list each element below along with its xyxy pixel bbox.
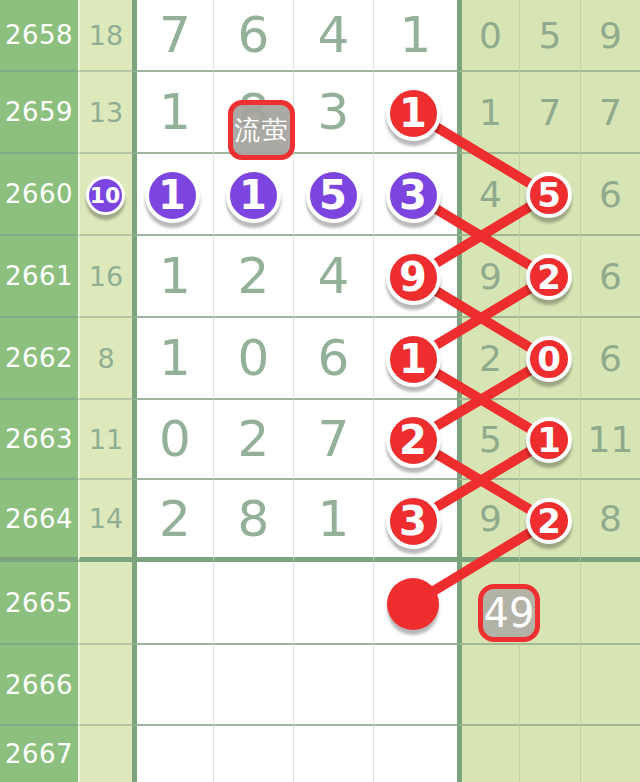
cell-value: 5: [539, 15, 562, 56]
marked-number-value: 2: [399, 417, 427, 463]
marked-number-value: 1: [158, 172, 186, 218]
marked-number-circle: 1: [526, 417, 572, 463]
cell-value: 0: [238, 329, 270, 387]
marked-number-circle: 5: [306, 168, 361, 223]
marked-number-circle: 2: [526, 254, 572, 300]
cell-value: 7: [159, 6, 191, 64]
cell-2667-a: 2667: [0, 726, 78, 782]
row-id: 2667: [5, 739, 73, 769]
cell-2665-b: [78, 562, 132, 645]
cell-2667-g3: [580, 726, 640, 782]
row-id: 2662: [5, 343, 73, 373]
cell-2664-g1: 9: [457, 480, 519, 562]
cell-2658-w1: 7: [132, 0, 213, 72]
cell-2661-w1: 1: [132, 236, 213, 318]
marked-number-value: 3: [399, 172, 427, 218]
watermark-text: 流萤: [235, 113, 289, 148]
cell-value: 18: [89, 20, 123, 51]
cell-value: 3: [318, 83, 350, 141]
cell-2660-g1: 4: [457, 154, 519, 236]
cell-2666-w1: [132, 645, 213, 726]
cell-2664-w3: 1: [293, 480, 373, 562]
cell-2661-b: 16: [78, 236, 132, 318]
cell-2665-w3: [293, 562, 373, 645]
cell-2666-w2: [213, 645, 293, 726]
cell-value: 5: [479, 419, 502, 460]
cell-2663-g1: 5: [457, 400, 519, 480]
trend-dot: [387, 578, 439, 630]
marked-number-value: 2: [537, 501, 561, 541]
marked-number-value: 2: [537, 257, 561, 297]
cell-value: 2: [159, 490, 191, 548]
cell-value: 2: [479, 338, 502, 379]
cell-value: 1: [400, 6, 432, 64]
cell-2664-w2: 8: [213, 480, 293, 562]
lottery-trend-chart: 2658187641059265913183177266046266116124…: [0, 0, 640, 782]
cell-2658-g3: 9: [580, 0, 640, 72]
row-id: 2665: [5, 588, 73, 618]
cell-value: 8: [599, 498, 622, 539]
cell-2659-a: 2659: [0, 72, 78, 154]
marked-number-circle: 10: [86, 176, 125, 215]
cell-2666-w3: [293, 645, 373, 726]
marked-number-circle: 1: [386, 86, 441, 141]
cell-2658-a: 2658: [0, 0, 78, 72]
cell-value: 4: [479, 174, 502, 215]
cell-value: 0: [479, 15, 502, 56]
cell-2665-w1: [132, 562, 213, 645]
cell-value: 6: [599, 338, 622, 379]
cell-2662-w3: 6: [293, 318, 373, 400]
cell-2658-w4: 1: [373, 0, 457, 72]
marked-number-circle: 1: [226, 168, 281, 223]
cell-2660-a: 2660: [0, 154, 78, 236]
cell-2662-a: 2662: [0, 318, 78, 400]
cell-2659-g1: 1: [457, 72, 519, 154]
marked-number-value: 1: [239, 172, 267, 218]
cell-2665-a: 2665: [0, 562, 78, 645]
cell-2662-w2: 0: [213, 318, 293, 400]
cell-2666-b: [78, 645, 132, 726]
cell-2665-w2: [213, 562, 293, 645]
cell-value: 6: [238, 6, 270, 64]
cell-2667-g1: [457, 726, 519, 782]
marked-number-value: 1: [399, 336, 427, 382]
cell-2661-w3: 4: [293, 236, 373, 318]
cell-2666-a: 2666: [0, 645, 78, 726]
cell-2664-w1: 2: [132, 480, 213, 562]
cell-value: 16: [89, 261, 123, 292]
next-draw-badge: 49: [478, 584, 540, 642]
cell-2667-w4: [373, 726, 457, 782]
cell-2663-g3: 11: [580, 400, 640, 480]
cell-value: 6: [599, 256, 622, 297]
marked-number-value: 10: [90, 183, 121, 208]
cell-value: 1: [159, 247, 191, 305]
row-id: 2658: [5, 20, 73, 50]
cell-value: 2: [238, 247, 270, 305]
row-id: 2666: [5, 670, 73, 700]
marked-number-value: 5: [319, 172, 347, 218]
cell-value: 9: [479, 256, 502, 297]
cell-value: 1: [479, 92, 502, 133]
cell-value: 9: [479, 498, 502, 539]
cell-2661-g1: 9: [457, 236, 519, 318]
cell-2660-g3: 6: [580, 154, 640, 236]
cell-value: 1: [318, 490, 350, 548]
cell-2659-g2: 7: [519, 72, 580, 154]
trend-grid: 2658187641059265913183177266046266116124…: [0, 0, 640, 782]
cell-2664-a: 2664: [0, 480, 78, 562]
cell-value: 11: [588, 419, 634, 460]
cell-value: 4: [318, 6, 350, 64]
cell-2661-w2: 2: [213, 236, 293, 318]
marked-number-circle: 1: [145, 168, 200, 223]
marked-number-value: 9: [399, 254, 427, 300]
marked-number-circle: 2: [526, 498, 572, 544]
marked-number-value: 1: [399, 90, 427, 136]
cell-2658-b: 18: [78, 0, 132, 72]
cell-2666-g2: [519, 645, 580, 726]
cell-value: 7: [599, 92, 622, 133]
cell-2667-g2: [519, 726, 580, 782]
marked-number-circle: 3: [386, 494, 441, 549]
marked-number-circle: 1: [386, 332, 441, 387]
badge-text: 49: [484, 590, 535, 636]
cell-value: 1: [159, 329, 191, 387]
marked-number-circle: 2: [386, 413, 441, 468]
cell-value: 11: [89, 424, 123, 455]
cell-2664-b: 14: [78, 480, 132, 562]
cell-2666-w4: [373, 645, 457, 726]
cell-2659-g3: 7: [580, 72, 640, 154]
cell-2667-w3: [293, 726, 373, 782]
marked-number-circle: 0: [526, 336, 572, 382]
cell-2659-b: 13: [78, 72, 132, 154]
marked-number-circle: 3: [386, 168, 441, 223]
watermark-box: 流萤: [228, 100, 295, 160]
cell-value: 7: [539, 92, 562, 133]
cell-2663-w1: 0: [132, 400, 213, 480]
cell-2658-g1: 0: [457, 0, 519, 72]
row-id: 2659: [5, 97, 73, 127]
cell-2667-w1: [132, 726, 213, 782]
cell-value: 0: [159, 410, 191, 468]
row-id: 2661: [5, 261, 73, 291]
cell-2667-w2: [213, 726, 293, 782]
cell-2661-g3: 6: [580, 236, 640, 318]
cell-2662-b: 8: [78, 318, 132, 400]
marked-number-value: 3: [399, 498, 427, 544]
cell-2666-g1: [457, 645, 519, 726]
cell-value: 13: [89, 97, 123, 128]
cell-2658-w3: 4: [293, 0, 373, 72]
cell-2663-w3: 7: [293, 400, 373, 480]
cell-value: 9: [599, 15, 622, 56]
cell-value: 4: [318, 247, 350, 305]
marked-number-value: 5: [537, 175, 561, 215]
row-id: 2663: [5, 424, 73, 454]
cell-value: 8: [97, 343, 114, 374]
cell-2665-g3: [580, 562, 640, 645]
row-id: 2660: [5, 179, 73, 209]
cell-2666-g3: [580, 645, 640, 726]
marked-number-circle: 5: [526, 172, 572, 218]
cell-2663-a: 2663: [0, 400, 78, 480]
marked-number-value: 0: [537, 339, 561, 379]
marked-number-circle: 9: [386, 250, 441, 305]
cell-2663-w2: 2: [213, 400, 293, 480]
cell-value: 6: [599, 174, 622, 215]
cell-2662-w1: 1: [132, 318, 213, 400]
cell-2664-g3: 8: [580, 480, 640, 562]
cell-2658-w2: 6: [213, 0, 293, 72]
cell-2667-b: [78, 726, 132, 782]
cell-value: 2: [238, 410, 270, 468]
cell-value: 14: [89, 503, 123, 534]
cell-2658-g2: 5: [519, 0, 580, 72]
cell-value: 6: [318, 329, 350, 387]
cell-2659-w3: 3: [293, 72, 373, 154]
cell-2662-g3: 6: [580, 318, 640, 400]
cell-2662-g1: 2: [457, 318, 519, 400]
cell-2661-a: 2661: [0, 236, 78, 318]
cell-value: 1: [159, 83, 191, 141]
cell-2663-b: 11: [78, 400, 132, 480]
row-id: 2664: [5, 504, 73, 534]
cell-value: 8: [238, 490, 270, 548]
cell-2659-w1: 1: [132, 72, 213, 154]
cell-value: 7: [318, 410, 350, 468]
marked-number-value: 1: [537, 420, 561, 460]
